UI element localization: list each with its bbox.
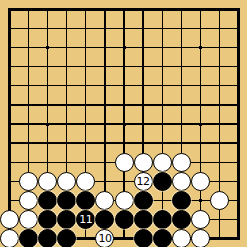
stone-black: [134, 210, 153, 229]
stone-white: [191, 210, 210, 229]
star-point: [46, 123, 49, 126]
stone-black: [57, 191, 76, 210]
stone-black: [153, 210, 172, 229]
stone-black-move-11: 11: [76, 210, 95, 229]
stone-white: [153, 153, 172, 172]
move-number-label: 11: [79, 214, 92, 225]
stone-white: [210, 191, 229, 210]
stone-white: [19, 210, 38, 229]
move-number-label: 10: [98, 233, 111, 244]
stone-black: [57, 210, 76, 229]
stone-white: [172, 172, 191, 191]
stone-white: [191, 172, 210, 191]
star-point: [123, 46, 126, 49]
stone-black: [76, 191, 95, 210]
stone-black: [172, 191, 191, 210]
stone-white: [19, 191, 38, 210]
grid-line-vertical: [162, 8, 163, 239]
stone-white: [115, 153, 134, 172]
grid-line-horizontal: [8, 142, 239, 143]
stone-white: [134, 153, 153, 172]
stone-black: [134, 191, 153, 210]
stone-black: [38, 229, 57, 247]
stone-black: [115, 210, 134, 229]
stone-black: [153, 172, 172, 191]
stone-white: [19, 172, 38, 191]
stone-white: [38, 172, 57, 191]
go-board-diagram: 121110: [0, 0, 247, 247]
star-point: [199, 123, 202, 126]
stone-white: [0, 210, 19, 229]
star-point: [46, 46, 49, 49]
stone-white: [76, 172, 95, 191]
stone-black: [19, 229, 38, 247]
stone-white: [0, 229, 19, 247]
stone-white-move-12: 12: [134, 172, 153, 191]
stone-black: [38, 191, 57, 210]
stone-white: [115, 191, 134, 210]
stone-black: [95, 210, 114, 229]
stone-white: [95, 191, 114, 210]
star-point: [199, 199, 202, 202]
stone-black: [172, 210, 191, 229]
stone-white: [172, 153, 191, 172]
stone-black: [38, 210, 57, 229]
go-board[interactable]: 121110: [0, 0, 247, 247]
stone-black: [57, 229, 76, 247]
stone-white-move-10: 10: [95, 229, 114, 247]
stone-black: [134, 229, 153, 247]
star-point: [123, 123, 126, 126]
board-edge-line: [237, 8, 239, 239]
stone-black: [153, 229, 172, 247]
move-number-label: 12: [137, 176, 150, 187]
stone-white: [57, 172, 76, 191]
star-point: [199, 46, 202, 49]
stone-white: [191, 229, 210, 247]
stone-white: [172, 229, 191, 247]
